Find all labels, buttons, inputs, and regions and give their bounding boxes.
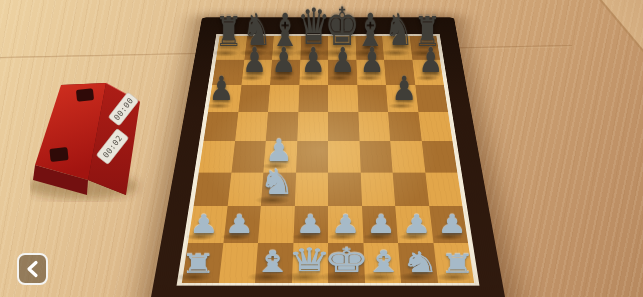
board-square[interactable] [199,141,235,172]
board-square[interactable] [388,112,421,141]
pawn-glyph: ♟ [437,211,467,237]
rook-glyph: ♜ [215,12,242,53]
board-square[interactable] [418,112,452,141]
board-square[interactable] [294,172,328,206]
board-square[interactable] [328,85,358,112]
board-square[interactable] [390,141,425,172]
board-square[interactable] [328,141,360,172]
board-square[interactable] [297,112,328,141]
back-button[interactable] [17,253,48,285]
pawn-glyph: ♟ [272,44,297,79]
board-square[interactable] [359,141,393,172]
pawn-glyph: ♟ [224,211,254,237]
board-square[interactable] [204,112,238,141]
knight-glyph: ♞ [401,249,439,277]
pawn-glyph: ♟ [295,211,325,237]
pawn-glyph: ♟ [402,211,432,237]
pawn-glyph: ♟ [419,44,444,79]
pawn-glyph: ♟ [366,211,396,237]
board-square[interactable] [415,85,448,112]
bishop-glyph: ♝ [364,248,404,277]
pawn-glyph: ♟ [242,44,267,79]
board-square[interactable] [298,85,328,112]
pawn-glyph: ♟ [331,211,361,237]
board-square[interactable] [296,141,328,172]
pawn-glyph: ♟ [209,72,234,105]
board-square[interactable] [328,172,362,206]
board-square[interactable] [194,172,231,206]
knight-glyph: ♞ [384,9,414,53]
clock-button-near [49,147,68,162]
board-square[interactable] [235,112,268,141]
wood-plank-diagonal [584,0,643,112]
rook-glyph: ♜ [440,251,476,277]
board-square[interactable] [421,141,457,172]
rook-glyph: ♜ [180,251,216,277]
pawn-glyph: ♟ [391,72,416,105]
pawn-glyph: ♟ [330,44,355,79]
pawn-glyph: ♟ [189,211,219,237]
board-square[interactable] [360,172,395,206]
chess-clock: 00:00 00:02 [30,66,148,202]
board-square[interactable] [358,112,390,141]
board-square[interactable] [258,206,294,243]
knight-glyph: ♞ [259,165,294,200]
king-glyph: ♚ [324,243,370,277]
pawn-glyph: ♟ [301,44,326,79]
board-square[interactable] [425,172,462,206]
board-square[interactable] [238,85,270,112]
back-chevron-icon [24,259,42,279]
board-square[interactable] [268,85,299,112]
board-square[interactable] [328,112,359,141]
pawn-glyph: ♟ [360,44,385,79]
clock-button-far [76,88,94,102]
board-square[interactable] [357,85,388,112]
board-square[interactable] [393,172,429,206]
